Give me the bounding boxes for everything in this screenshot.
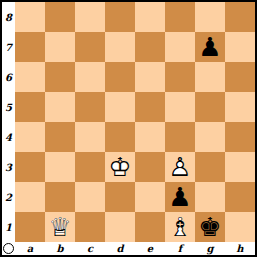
square-g3[interactable]	[195, 152, 225, 182]
square-a6[interactable]	[15, 62, 45, 92]
file-label-a: a	[15, 242, 45, 255]
rank-label-4: 4	[2, 122, 15, 152]
square-g7[interactable]: ♟	[195, 32, 225, 62]
file-label-e: e	[135, 242, 165, 255]
square-a4[interactable]	[15, 122, 45, 152]
square-f5[interactable]	[165, 92, 195, 122]
square-d8[interactable]	[105, 2, 135, 32]
rank-label-3: 3	[2, 152, 15, 182]
square-c5[interactable]	[75, 92, 105, 122]
square-c8[interactable]	[75, 2, 105, 32]
square-b8[interactable]	[45, 2, 75, 32]
square-d7[interactable]	[105, 32, 135, 62]
file-label-c: c	[75, 242, 105, 255]
piece-glyph: ♟	[198, 32, 221, 62]
rank-label-6: 6	[2, 62, 15, 92]
square-g8[interactable]	[195, 2, 225, 32]
square-a1[interactable]	[15, 212, 45, 242]
piece-glyph: ♔	[108, 152, 131, 182]
square-f1[interactable]: ♝♗	[165, 212, 195, 242]
chess-board: ♟♚♔♟♙♟♛♕♝♗♚	[15, 2, 255, 242]
square-f2[interactable]: ♟	[165, 182, 195, 212]
square-a5[interactable]	[15, 92, 45, 122]
rank-label-5: 5	[2, 92, 15, 122]
square-d5[interactable]	[105, 92, 135, 122]
square-d4[interactable]	[105, 122, 135, 152]
square-h6[interactable]	[225, 62, 255, 92]
file-labels: abcdefgh	[15, 242, 255, 255]
chess-diagram: 87654321 ♟♚♔♟♙♟♛♕♝♗♚ abcdefgh	[0, 0, 257, 257]
white-pawn[interactable]: ♟♙	[165, 152, 195, 182]
file-label-g: g	[195, 242, 225, 255]
square-d1[interactable]	[105, 212, 135, 242]
square-e1[interactable]	[135, 212, 165, 242]
square-d6[interactable]	[105, 62, 135, 92]
square-g2[interactable]	[195, 182, 225, 212]
square-c6[interactable]	[75, 62, 105, 92]
square-b2[interactable]	[45, 182, 75, 212]
square-b1[interactable]: ♛♕	[45, 212, 75, 242]
piece-glyph: ♚	[198, 212, 221, 242]
square-e2[interactable]	[135, 182, 165, 212]
square-h3[interactable]	[225, 152, 255, 182]
square-c3[interactable]	[75, 152, 105, 182]
square-b3[interactable]	[45, 152, 75, 182]
square-e3[interactable]	[135, 152, 165, 182]
square-d3[interactable]: ♚♔	[105, 152, 135, 182]
rank-labels: 87654321	[2, 2, 15, 242]
file-label-h: h	[225, 242, 255, 255]
square-e6[interactable]	[135, 62, 165, 92]
square-h2[interactable]	[225, 182, 255, 212]
black-king[interactable]: ♚	[195, 212, 225, 242]
rank-label-1: 1	[2, 212, 15, 242]
piece-glyph: ♙	[168, 152, 191, 182]
square-a7[interactable]	[15, 32, 45, 62]
square-c7[interactable]	[75, 32, 105, 62]
square-f7[interactable]	[165, 32, 195, 62]
square-e4[interactable]	[135, 122, 165, 152]
rank-label-7: 7	[2, 32, 15, 62]
square-g6[interactable]	[195, 62, 225, 92]
square-e5[interactable]	[135, 92, 165, 122]
square-h5[interactable]	[225, 92, 255, 122]
file-label-f: f	[165, 242, 195, 255]
white-to-move-indicator	[3, 243, 14, 254]
piece-glyph: ♕	[48, 212, 71, 242]
square-f4[interactable]	[165, 122, 195, 152]
square-g4[interactable]	[195, 122, 225, 152]
square-f3[interactable]: ♟♙	[165, 152, 195, 182]
square-g1[interactable]: ♚	[195, 212, 225, 242]
square-h7[interactable]	[225, 32, 255, 62]
square-h4[interactable]	[225, 122, 255, 152]
square-b6[interactable]	[45, 62, 75, 92]
square-b4[interactable]	[45, 122, 75, 152]
square-e7[interactable]	[135, 32, 165, 62]
black-pawn[interactable]: ♟	[195, 32, 225, 62]
square-f6[interactable]	[165, 62, 195, 92]
square-c1[interactable]	[75, 212, 105, 242]
white-queen[interactable]: ♛♕	[45, 212, 75, 242]
square-h1[interactable]	[225, 212, 255, 242]
square-c2[interactable]	[75, 182, 105, 212]
square-a2[interactable]	[15, 182, 45, 212]
piece-glyph: ♟	[168, 182, 191, 212]
square-b5[interactable]	[45, 92, 75, 122]
turn-indicator-cell	[2, 242, 15, 255]
white-bishop[interactable]: ♝♗	[165, 212, 195, 242]
square-h8[interactable]	[225, 2, 255, 32]
square-f8[interactable]	[165, 2, 195, 32]
square-e8[interactable]	[135, 2, 165, 32]
square-c4[interactable]	[75, 122, 105, 152]
square-a8[interactable]	[15, 2, 45, 32]
square-b7[interactable]	[45, 32, 75, 62]
file-label-b: b	[45, 242, 75, 255]
black-pawn[interactable]: ♟	[165, 182, 195, 212]
white-king[interactable]: ♚♔	[105, 152, 135, 182]
piece-glyph: ♗	[168, 212, 191, 242]
file-label-d: d	[105, 242, 135, 255]
rank-label-2: 2	[2, 182, 15, 212]
square-a3[interactable]	[15, 152, 45, 182]
square-d2[interactable]	[105, 182, 135, 212]
square-g5[interactable]	[195, 92, 225, 122]
rank-label-8: 8	[2, 2, 15, 32]
